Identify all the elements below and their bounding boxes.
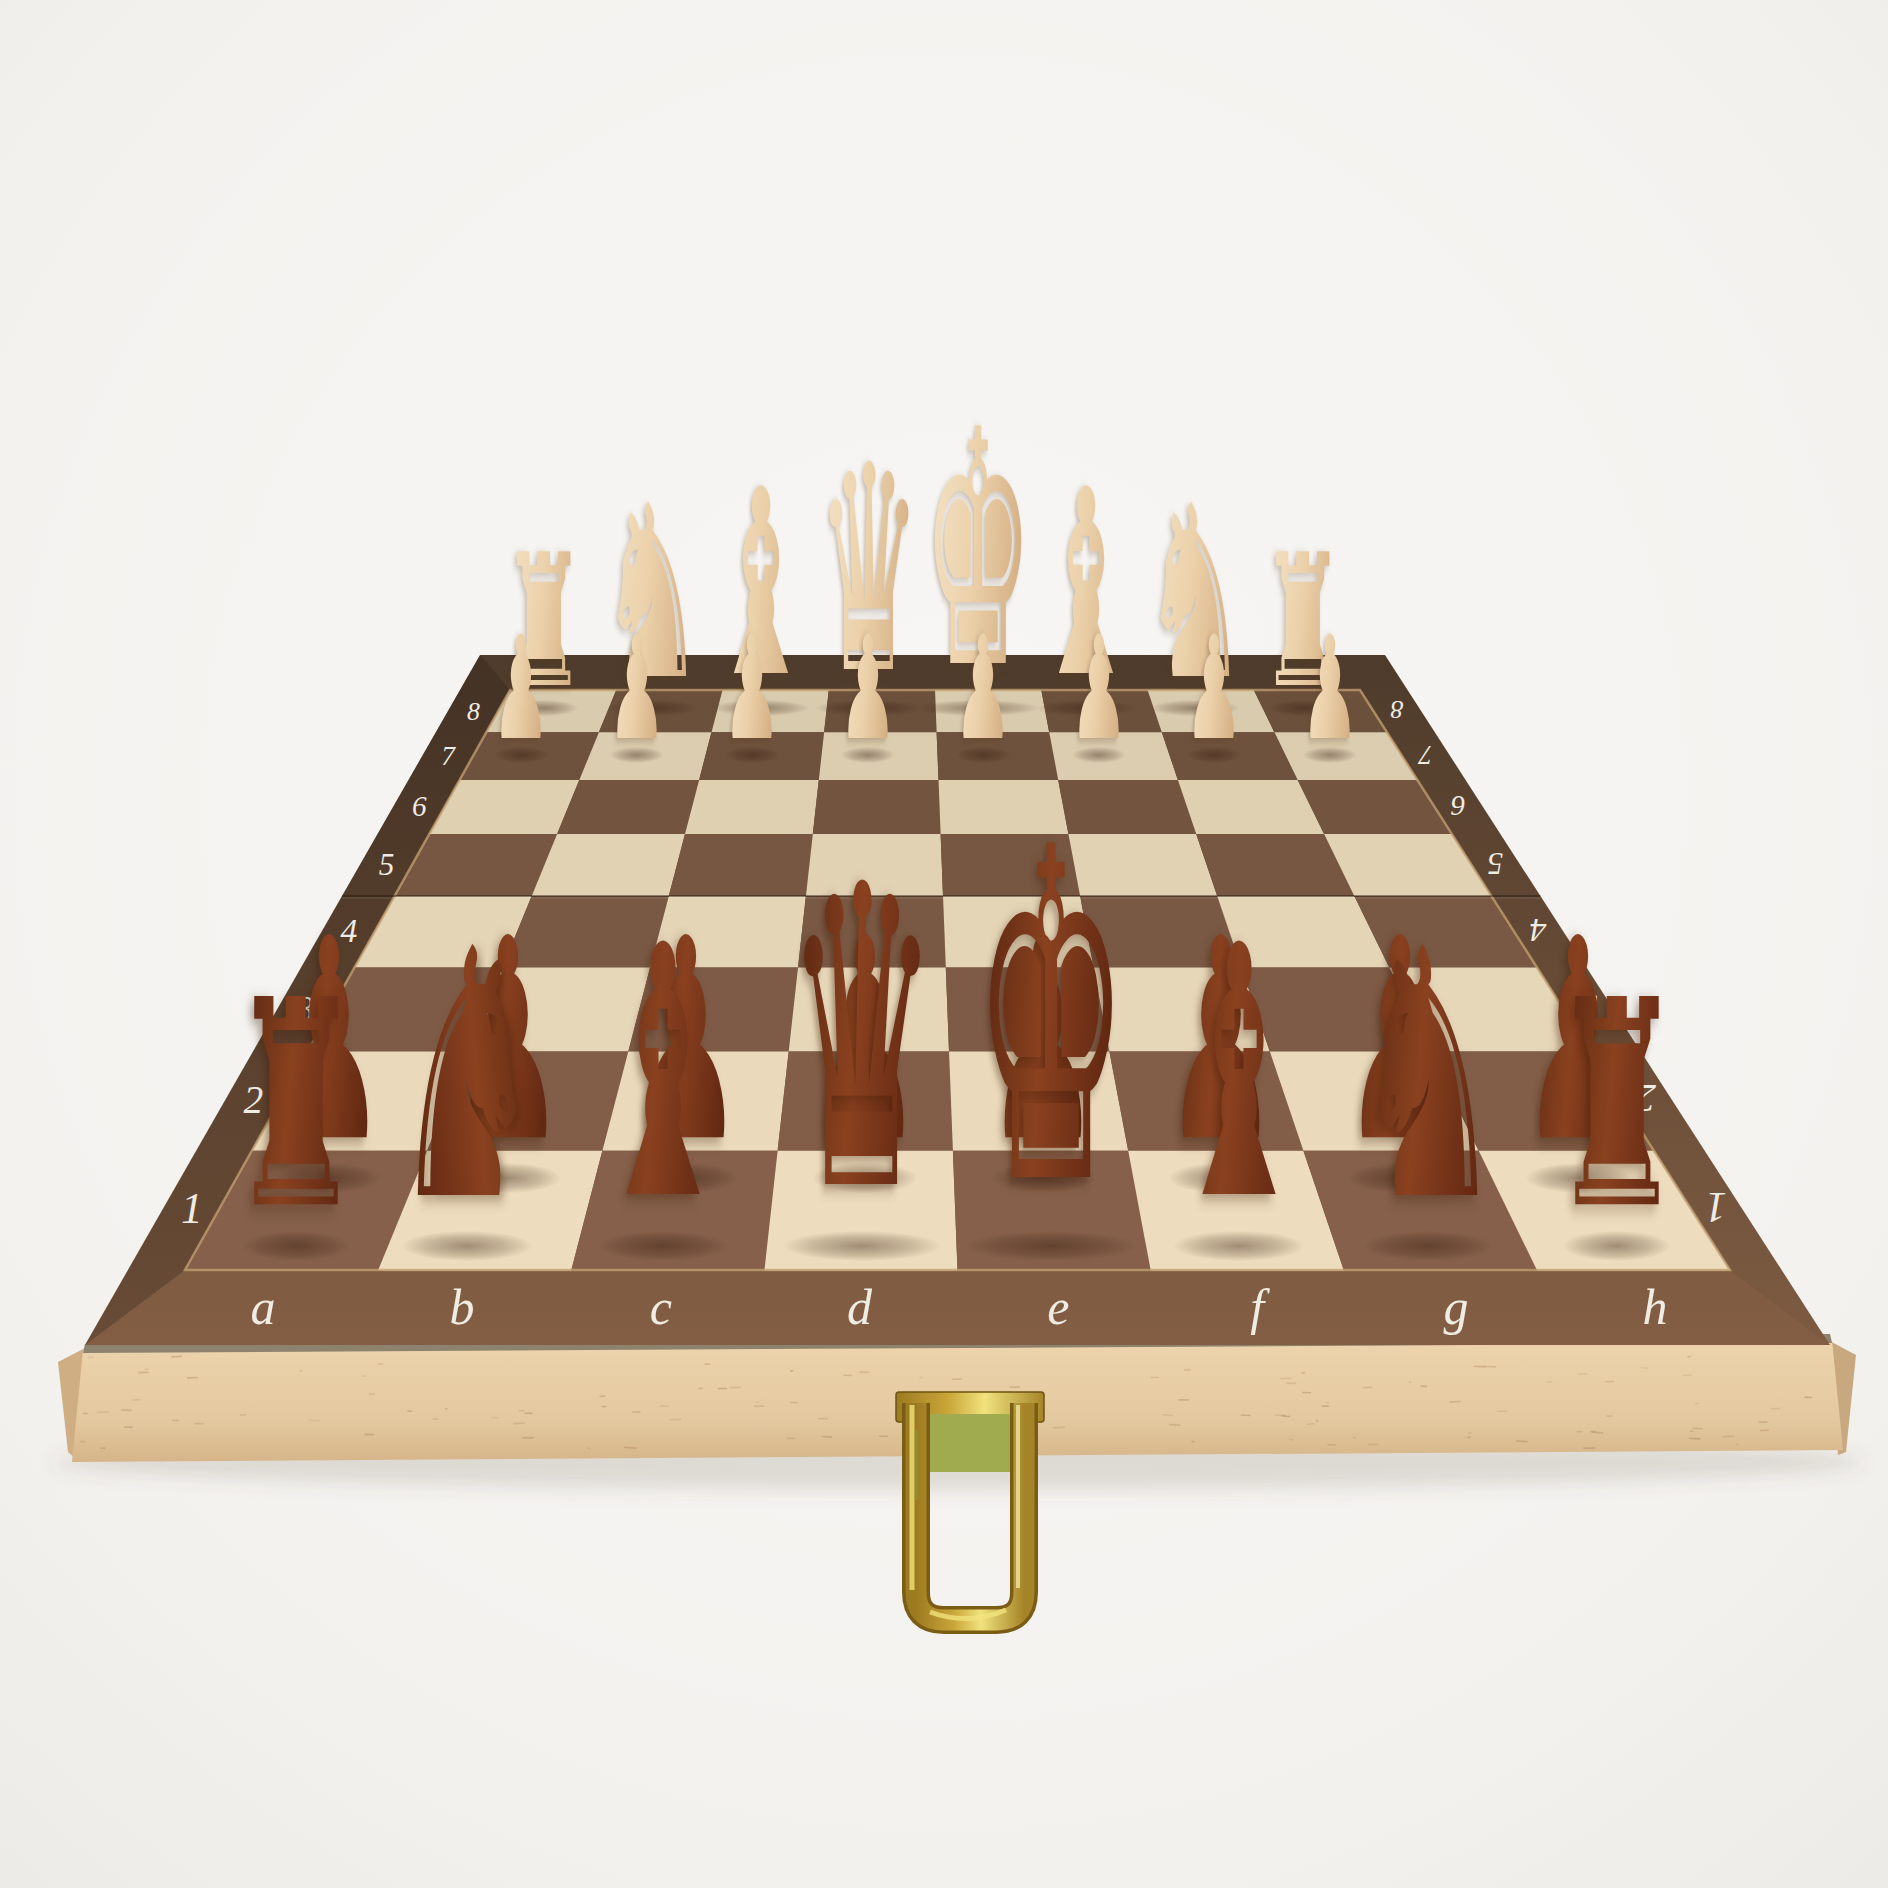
chess-set-photo: abcdefgh1122334455667788 ♜♞♝♛♚♝♞♜♟♟♟♟♟♟♟…: [0, 0, 1888, 1888]
square-c6: [685, 780, 819, 834]
file-label-c: c: [650, 1279, 672, 1335]
square-d8: [824, 690, 937, 732]
square-b6: [557, 780, 699, 834]
square-e2: [949, 1051, 1128, 1150]
square-f8: [1041, 690, 1162, 732]
square-d5: [806, 834, 943, 896]
square-d6: [813, 780, 941, 834]
file-label-h: h: [1642, 1279, 1667, 1335]
square-c8: [712, 690, 829, 732]
file-label-d: d: [847, 1279, 873, 1335]
square-d1: [764, 1151, 957, 1271]
rank-label-left-7: 7: [441, 741, 456, 771]
rank-label-left-3: 3: [295, 989, 314, 1029]
square-b5: [532, 834, 685, 896]
rank-label-left-5: 5: [379, 847, 395, 882]
rank-label-right-7: 7: [1418, 740, 1433, 770]
rank-label-right-4: 4: [1529, 912, 1546, 949]
square-b8: [599, 690, 723, 732]
rank-label-right-3: 3: [1579, 987, 1598, 1027]
rank-label-left-6: 6: [412, 790, 427, 822]
square-e5: [941, 834, 1081, 896]
rank-label-right-8: 8: [1390, 695, 1403, 724]
clasp-latch: [896, 1392, 1044, 1620]
rank-label-right-2: 2: [1636, 1076, 1656, 1120]
file-label-e: e: [1047, 1279, 1069, 1335]
square-e4: [943, 896, 1094, 968]
square-d4: [798, 896, 946, 968]
square-b7: [579, 732, 711, 780]
square-d3: [789, 968, 949, 1052]
rank-label-right-5: 5: [1488, 846, 1504, 881]
square-g8: [1148, 690, 1275, 732]
square-f4: [1080, 896, 1241, 968]
square-c5: [669, 834, 813, 896]
square-e8: [935, 690, 1049, 732]
square-f3: [1094, 968, 1270, 1052]
rank-label-left-4: 4: [340, 912, 357, 949]
file-label-a: a: [251, 1279, 276, 1335]
felt-green: [918, 1414, 1016, 1472]
square-d7: [819, 732, 939, 780]
square-d2: [778, 1051, 953, 1150]
rank-label-left-2: 2: [244, 1078, 264, 1122]
square-e6: [939, 780, 1069, 834]
square-c7: [699, 732, 824, 780]
square-c4: [650, 896, 806, 968]
square-e7: [937, 732, 1059, 780]
file-label-g: g: [1444, 1279, 1469, 1335]
square-f5: [1068, 834, 1217, 896]
rank-label-right-6: 6: [1450, 790, 1465, 822]
square-f7: [1049, 732, 1178, 780]
square-g7: [1162, 732, 1298, 780]
square-e3: [946, 968, 1110, 1052]
chessboard: abcdefgh1122334455667788: [0, 0, 1888, 1888]
square-f2: [1109, 1051, 1303, 1150]
square-f6: [1058, 780, 1196, 834]
square-c2: [602, 1051, 788, 1150]
square-c1: [571, 1151, 777, 1271]
rank-label-left-1: 1: [181, 1184, 203, 1232]
file-label-b: b: [450, 1279, 475, 1335]
frame-shade-front: [85, 1270, 1830, 1345]
rank-label-left-8: 8: [467, 697, 480, 726]
rank-label-right-1: 1: [1705, 1183, 1727, 1231]
square-c3: [628, 968, 798, 1052]
square-e1: [953, 1151, 1151, 1271]
